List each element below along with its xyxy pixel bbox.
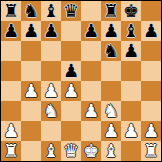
- square-h6[interactable]: [141, 41, 161, 61]
- square-g6[interactable]: ♟: [121, 41, 141, 61]
- square-e3[interactable]: ♟: [81, 101, 101, 121]
- square-c1[interactable]: ♝: [41, 141, 61, 161]
- square-e4[interactable]: [81, 81, 101, 101]
- square-h4[interactable]: [141, 81, 161, 101]
- white-pawn: ♟: [103, 121, 119, 141]
- black-rook: ♜: [103, 1, 119, 21]
- square-a4[interactable]: [1, 81, 21, 101]
- square-g2[interactable]: ♟: [121, 121, 141, 141]
- white-rook: ♜: [143, 141, 159, 161]
- white-pawn: ♟: [23, 81, 39, 101]
- black-knight: ♞: [103, 41, 119, 61]
- white-pawn: ♟: [123, 121, 139, 141]
- square-h1[interactable]: ♜: [141, 141, 161, 161]
- black-pawn: ♟: [103, 21, 119, 41]
- black-king: ♚: [123, 1, 139, 21]
- square-d7[interactable]: [61, 21, 81, 41]
- square-b3[interactable]: [21, 101, 41, 121]
- black-rook: ♜: [3, 1, 19, 21]
- square-a3[interactable]: [1, 101, 21, 121]
- square-a1[interactable]: ♜: [1, 141, 21, 161]
- square-g1[interactable]: [121, 141, 141, 161]
- white-king: ♚: [83, 141, 99, 161]
- square-e8[interactable]: [81, 1, 101, 21]
- black-pawn: ♟: [3, 21, 19, 41]
- square-b5[interactable]: [21, 61, 41, 81]
- square-f8[interactable]: ♜: [101, 1, 121, 21]
- black-pawn: ♟: [43, 21, 59, 41]
- square-f3[interactable]: ♞: [101, 101, 121, 121]
- square-e6[interactable]: [81, 41, 101, 61]
- square-a6[interactable]: [1, 41, 21, 61]
- square-c3[interactable]: ♞: [41, 101, 61, 121]
- square-d5[interactable]: ♟: [61, 61, 81, 81]
- square-d8[interactable]: ♛: [61, 1, 81, 21]
- white-bishop: ♝: [43, 141, 59, 161]
- square-f7[interactable]: ♟: [101, 21, 121, 41]
- square-a2[interactable]: ♟: [1, 121, 21, 141]
- square-f5[interactable]: [101, 61, 121, 81]
- square-g3[interactable]: [121, 101, 141, 121]
- black-pawn: ♟: [23, 21, 39, 41]
- square-f4[interactable]: [101, 81, 121, 101]
- square-e5[interactable]: [81, 61, 101, 81]
- square-h8[interactable]: [141, 1, 161, 21]
- white-knight: ♞: [43, 101, 59, 121]
- square-b8[interactable]: ♞: [21, 1, 41, 21]
- square-b4[interactable]: ♟: [21, 81, 41, 101]
- square-h5[interactable]: [141, 61, 161, 81]
- square-d2[interactable]: [61, 121, 81, 141]
- square-g5[interactable]: [121, 61, 141, 81]
- square-c5[interactable]: [41, 61, 61, 81]
- square-b6[interactable]: [21, 41, 41, 61]
- square-e2[interactable]: [81, 121, 101, 141]
- white-pawn: ♟: [83, 101, 99, 121]
- square-d4[interactable]: ♟: [61, 81, 81, 101]
- chess-board: ♜♞♝♛♜♚♟♟♟♟♟♝♟♞♟♟♟♟♟♞♟♞♟♟♟♟♜♝♛♚♝♜: [1, 1, 161, 161]
- chess-board-frame: ♜♞♝♛♜♚♟♟♟♟♟♝♟♞♟♟♟♟♟♞♟♞♟♟♟♟♜♝♛♚♝♜: [0, 0, 162, 162]
- black-queen: ♛: [63, 1, 79, 21]
- square-c4[interactable]: ♟: [41, 81, 61, 101]
- square-c8[interactable]: ♝: [41, 1, 61, 21]
- square-b2[interactable]: [21, 121, 41, 141]
- square-g8[interactable]: ♚: [121, 1, 141, 21]
- black-bishop: ♝: [43, 1, 59, 21]
- black-pawn: ♟: [83, 21, 99, 41]
- black-pawn: ♟: [123, 41, 139, 61]
- white-pawn: ♟: [43, 81, 59, 101]
- square-a7[interactable]: ♟: [1, 21, 21, 41]
- white-pawn: ♟: [3, 121, 19, 141]
- square-e1[interactable]: ♚: [81, 141, 101, 161]
- square-g4[interactable]: [121, 81, 141, 101]
- white-rook: ♜: [3, 141, 19, 161]
- white-queen: ♛: [63, 141, 79, 161]
- black-pawn: ♟: [143, 21, 159, 41]
- white-bishop: ♝: [103, 141, 119, 161]
- square-d3[interactable]: [61, 101, 81, 121]
- square-a8[interactable]: ♜: [1, 1, 21, 21]
- square-c6[interactable]: [41, 41, 61, 61]
- square-d1[interactable]: ♛: [61, 141, 81, 161]
- black-bishop: ♝: [123, 21, 139, 41]
- square-c7[interactable]: ♟: [41, 21, 61, 41]
- square-f6[interactable]: ♞: [101, 41, 121, 61]
- square-c2[interactable]: [41, 121, 61, 141]
- square-h3[interactable]: [141, 101, 161, 121]
- square-b7[interactable]: ♟: [21, 21, 41, 41]
- white-knight: ♞: [103, 101, 119, 121]
- square-d6[interactable]: [61, 41, 81, 61]
- square-g7[interactable]: ♝: [121, 21, 141, 41]
- square-h7[interactable]: ♟: [141, 21, 161, 41]
- square-e7[interactable]: ♟: [81, 21, 101, 41]
- black-knight: ♞: [23, 1, 39, 21]
- white-pawn: ♟: [143, 121, 159, 141]
- black-pawn: ♟: [63, 61, 79, 81]
- square-b1[interactable]: [21, 141, 41, 161]
- square-a5[interactable]: [1, 61, 21, 81]
- white-pawn: ♟: [63, 81, 79, 101]
- square-h2[interactable]: ♟: [141, 121, 161, 141]
- square-f2[interactable]: ♟: [101, 121, 121, 141]
- square-f1[interactable]: ♝: [101, 141, 121, 161]
